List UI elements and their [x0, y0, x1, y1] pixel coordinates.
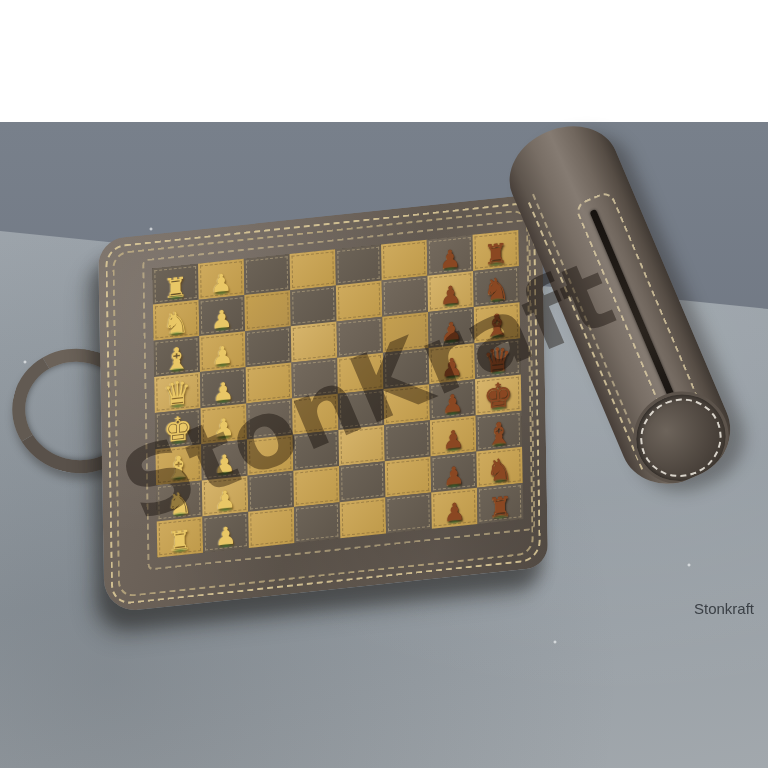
black-rook[interactable]: ♜: [477, 483, 523, 524]
square-h8[interactable]: ♜: [477, 483, 523, 524]
square-f8[interactable]: ♝: [476, 411, 522, 452]
square-h2[interactable]: ♟: [202, 512, 248, 553]
square-h4[interactable]: [294, 502, 340, 543]
square-g8[interactable]: ♞: [476, 447, 522, 488]
square-a3[interactable]: [244, 254, 290, 295]
square-h6[interactable]: [385, 493, 431, 534]
square-a6[interactable]: [381, 240, 427, 281]
square-b5[interactable]: [336, 281, 382, 322]
square-a2[interactable]: ♟: [198, 259, 244, 300]
dust-speck: [23, 360, 27, 364]
dust-speck: [687, 563, 691, 567]
black-pawn[interactable]: ♟: [427, 235, 473, 276]
black-bishop[interactable]: ♝: [476, 411, 522, 452]
square-b4[interactable]: [290, 285, 336, 326]
square-b3[interactable]: [244, 290, 290, 331]
white-pawn[interactable]: ♟: [199, 331, 245, 372]
black-rook[interactable]: ♜: [473, 230, 519, 271]
white-rook[interactable]: ♜: [152, 264, 198, 305]
square-h7[interactable]: ♟: [431, 488, 477, 529]
white-pawn[interactable]: ♟: [198, 259, 244, 300]
square-g6[interactable]: [385, 456, 431, 497]
white-pawn[interactable]: ♟: [202, 512, 248, 553]
square-c3[interactable]: [245, 326, 291, 367]
black-pawn[interactable]: ♟: [431, 488, 477, 529]
brand-label: Stonkraft: [694, 600, 754, 617]
square-g5[interactable]: [339, 461, 385, 502]
dust-speck: [149, 227, 153, 231]
white-bishop[interactable]: ♝: [154, 336, 200, 377]
white-knight[interactable]: ♞: [153, 300, 199, 341]
square-f7[interactable]: ♟: [430, 415, 476, 456]
black-knight[interactable]: ♞: [476, 447, 522, 488]
square-a7[interactable]: ♟: [427, 235, 473, 276]
square-a5[interactable]: [335, 244, 381, 285]
square-c2[interactable]: ♟: [199, 331, 245, 372]
square-a1[interactable]: ♜: [152, 264, 198, 305]
white-pawn[interactable]: ♟: [199, 295, 245, 336]
square-a8[interactable]: ♜: [473, 230, 519, 271]
product-photo-scene: ♜♟♟♜♞♟♟♞♝♟♟♝♛♟♟♛♚♟♟♚♝♟♟♝♞♟♟♞♜♟♟♜ StonKra…: [0, 0, 768, 768]
square-b1[interactable]: ♞: [153, 300, 199, 341]
square-a4[interactable]: [290, 249, 336, 290]
square-b2[interactable]: ♟: [199, 295, 245, 336]
square-c1[interactable]: ♝: [154, 336, 200, 377]
dust-speck: [553, 640, 557, 644]
square-h3[interactable]: [248, 507, 294, 548]
black-pawn[interactable]: ♟: [430, 415, 476, 456]
square-g7[interactable]: ♟: [431, 452, 477, 493]
black-pawn[interactable]: ♟: [431, 452, 477, 493]
square-h5[interactable]: [340, 497, 386, 538]
